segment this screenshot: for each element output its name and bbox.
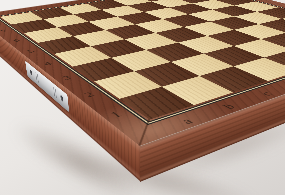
plate-engraving [55, 88, 57, 98]
plate-screw-icon [30, 69, 33, 76]
scene: abcdefgh 12345678 [0, 0, 285, 195]
plate-screw-icon [60, 95, 63, 103]
plate-engraving [37, 74, 39, 83]
